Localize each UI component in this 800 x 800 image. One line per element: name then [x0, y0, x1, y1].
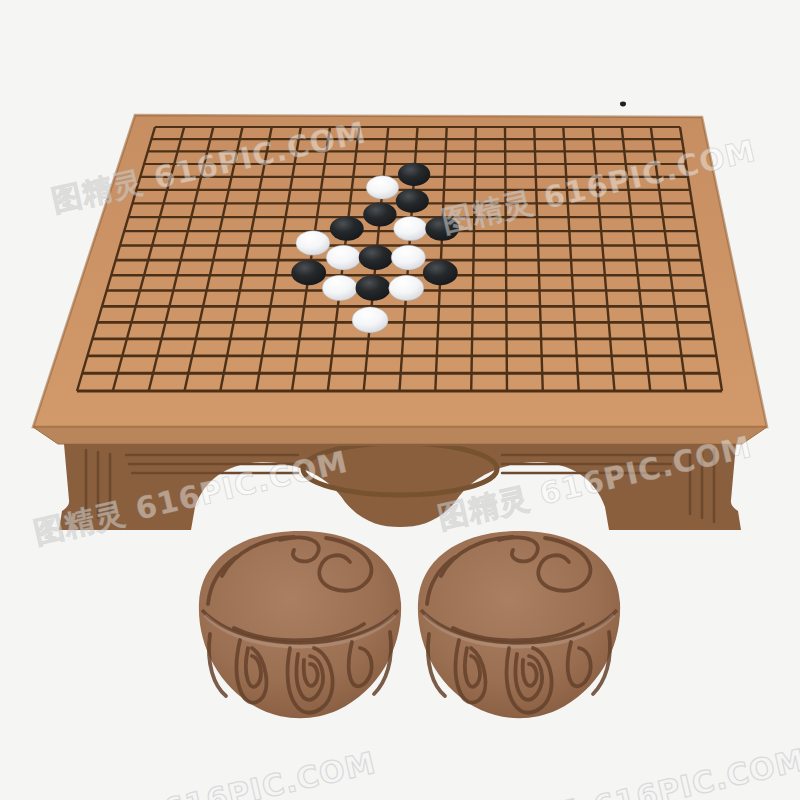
white-stone: [391, 245, 425, 270]
black-stone: [291, 260, 326, 285]
stone-bowl-right: [418, 531, 620, 718]
black-stone: [356, 275, 391, 300]
white-stone: [394, 217, 428, 241]
illustration-canvas: 图精灵 616PIC.COM 图精灵 616PIC.COM 图精灵 616PIC…: [0, 0, 800, 800]
white-stone: [326, 245, 360, 270]
black-stone: [396, 189, 429, 213]
white-stone: [322, 275, 357, 300]
black-stone: [423, 260, 458, 285]
table-base: [59, 444, 741, 530]
black-stone: [398, 163, 430, 186]
stone-bowl-left: [199, 531, 401, 718]
white-stone: [366, 176, 399, 199]
black-stone: [425, 217, 459, 241]
black-stone: [363, 203, 396, 227]
white-stone: [389, 275, 424, 300]
white-stone: [296, 231, 330, 256]
white-stone: [352, 307, 388, 333]
go-table-illustration: [0, 0, 800, 800]
tabletop-front-edge: [33, 427, 767, 444]
speck: [620, 102, 626, 107]
black-stone: [330, 217, 364, 241]
black-stone: [359, 245, 393, 270]
